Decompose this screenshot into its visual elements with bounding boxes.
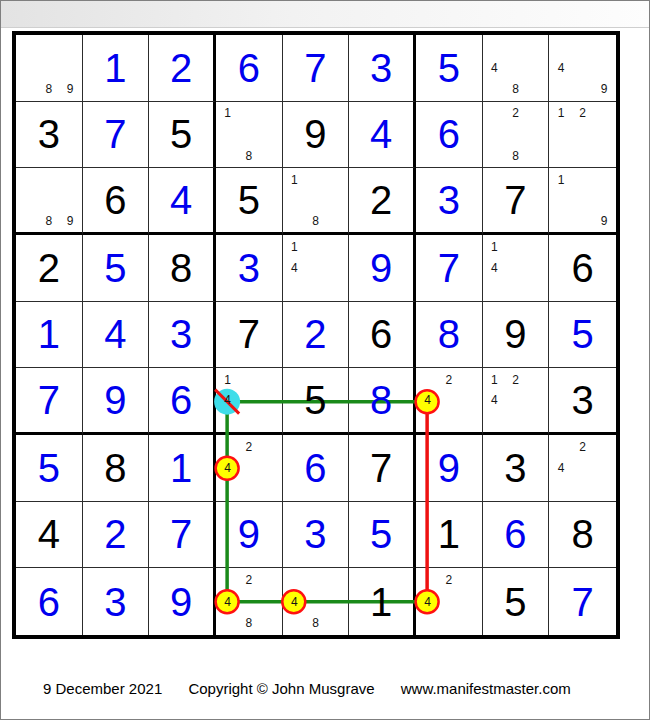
sudoku-cell-r8c3[interactable]: 7: [149, 502, 216, 569]
sudoku-cell-r8c4[interactable]: 9: [216, 502, 283, 569]
sudoku-cell-r1c2[interactable]: 1: [83, 35, 150, 102]
cell-value: 5: [104, 248, 126, 288]
pencil-mark-1: 1: [550, 103, 572, 124]
sudoku-cell-r1c5[interactable]: 7: [283, 35, 350, 102]
sudoku-cell-r7c1[interactable]: 5: [16, 435, 83, 502]
cell-value: 3: [38, 114, 60, 154]
pencil-mark-8: 8: [238, 145, 259, 166]
cell-value: 3: [504, 448, 526, 488]
pencil-mark-4: 4: [217, 390, 238, 411]
cell-value: 5: [504, 582, 526, 622]
pencil-mark-2: 2: [505, 103, 526, 124]
sudoku-cell-r7c8[interactable]: 3: [483, 435, 550, 502]
cell-value: 7: [38, 380, 60, 420]
cell-value: 9: [104, 380, 126, 420]
pencil-mark-1: 1: [550, 169, 572, 190]
pencil-mark-1: 1: [217, 369, 238, 390]
sudoku-cell-r7c4[interactable]: 24: [216, 435, 283, 502]
footer: 9 December 2021 Copyright © John Musgrav…: [43, 680, 571, 697]
pencil-marks: 12: [550, 103, 615, 167]
cell-value: 3: [370, 48, 392, 88]
sudoku-cell-r2c4[interactable]: 18: [216, 102, 283, 169]
sudoku-cell-r5c1[interactable]: 1: [16, 302, 83, 369]
footer-date: 9 December 2021: [43, 680, 162, 697]
sudoku-cell-r5c9[interactable]: 5: [549, 302, 616, 369]
pencil-marks: 89: [17, 169, 81, 231]
sudoku-cell-r3c5[interactable]: 18: [283, 168, 350, 235]
footer-copyright: Copyright © John Musgrave: [188, 680, 374, 697]
pencil-mark-1: 1: [484, 369, 505, 390]
window-titlebar: [1, 1, 649, 28]
pencil-mark-8: 8: [238, 612, 259, 634]
pencil-marks: 14: [484, 236, 548, 300]
sudoku-cell-r6c9[interactable]: 3: [549, 368, 616, 435]
sudoku-cell-r8c5[interactable]: 3: [283, 502, 350, 569]
pencil-mark-1: 1: [284, 236, 305, 257]
pencil-mark-4: 4: [217, 591, 238, 613]
sudoku-cell-r2c8[interactable]: 28: [483, 102, 550, 169]
pencil-marks: 48: [284, 569, 348, 634]
cell-value: 5: [572, 314, 594, 354]
cell-value: 9: [238, 514, 260, 554]
cell-value: 2: [38, 248, 60, 288]
pencil-mark-2: 2: [572, 103, 594, 124]
pencil-mark-9: 9: [59, 78, 80, 99]
cell-value: 5: [304, 380, 326, 420]
cell-value: 8: [104, 448, 126, 488]
cell-value: 3: [170, 314, 192, 354]
sudoku-cell-r9c1[interactable]: 6: [16, 568, 83, 635]
cell-value: 8: [170, 248, 192, 288]
sudoku-cell-r4c8[interactable]: 14: [483, 235, 550, 302]
sudoku-cell-r5c6[interactable]: 6: [349, 302, 416, 369]
pencil-mark-4: 4: [484, 57, 505, 78]
cell-value: 6: [238, 48, 260, 88]
cell-value: 9: [304, 114, 326, 154]
sudoku-cell-r4c9[interactable]: 6: [549, 235, 616, 302]
cell-value: 9: [438, 448, 460, 488]
footer-website: www.manifestmaster.com: [401, 680, 571, 697]
cell-value: 9: [504, 314, 526, 354]
sudoku-cell-r8c7[interactable]: 1: [416, 502, 483, 569]
sudoku-cell-r9c7[interactable]: 24: [416, 568, 483, 635]
sudoku-cell-r4c3[interactable]: 8: [149, 235, 216, 302]
cell-value: 2: [304, 314, 326, 354]
sudoku-cell-r6c7[interactable]: 24: [416, 368, 483, 435]
cell-value: 3: [238, 248, 260, 288]
cell-value: 2: [170, 48, 192, 88]
sudoku-cell-r5c3[interactable]: 3: [149, 302, 216, 369]
sudoku-cell-r7c5[interactable]: 6: [283, 435, 350, 502]
cell-value: 6: [504, 514, 526, 554]
sudoku-cell-r4c2[interactable]: 5: [83, 235, 150, 302]
sudoku-cell-r3c6[interactable]: 2: [349, 168, 416, 235]
pencil-mark-4: 4: [550, 457, 572, 478]
sudoku-cell-r6c1[interactable]: 7: [16, 368, 83, 435]
pencil-mark-2: 2: [438, 369, 459, 390]
sudoku-cell-r3c8[interactable]: 7: [483, 168, 550, 235]
pencil-mark-2: 2: [238, 569, 259, 591]
sudoku-cell-r1c3[interactable]: 2: [149, 35, 216, 102]
sudoku-cell-r6c3[interactable]: 6: [149, 368, 216, 435]
pencil-marks: 19: [550, 169, 615, 231]
sudoku-cell-r4c4[interactable]: 3: [216, 235, 283, 302]
cell-value: 6: [304, 448, 326, 488]
pencil-marks: 24: [417, 569, 481, 634]
pencil-mark-1: 1: [284, 169, 305, 190]
pencil-mark-4: 4: [417, 591, 438, 613]
cell-value: 2: [104, 514, 126, 554]
sudoku-cell-r7c7[interactable]: 9: [416, 435, 483, 502]
cell-value: 9: [370, 248, 392, 288]
sudoku-cell-r7c9[interactable]: 24: [549, 435, 616, 502]
pencil-mark-8: 8: [38, 210, 59, 231]
sudoku-cell-r3c1[interactable]: 89: [16, 168, 83, 235]
sudoku-cell-r9c5[interactable]: 48: [283, 568, 350, 635]
pencil-mark-8: 8: [305, 210, 326, 231]
sudoku-cell-r9c2[interactable]: 3: [83, 568, 150, 635]
cell-value: 1: [170, 448, 192, 488]
pencil-mark-8: 8: [38, 78, 59, 99]
pencil-mark-4: 4: [284, 257, 305, 278]
cell-value: 3: [438, 180, 460, 220]
cell-value: 1: [438, 514, 460, 554]
sudoku-cell-r4c1[interactable]: 2: [16, 235, 83, 302]
sudoku-cell-r8c1[interactable]: 4: [16, 502, 83, 569]
sudoku-cell-r1c1[interactable]: 89: [16, 35, 83, 102]
cell-value: 6: [38, 582, 60, 622]
sudoku-cell-r2c3[interactable]: 5: [149, 102, 216, 169]
sudoku-cell-r3c3[interactable]: 4: [149, 168, 216, 235]
sudoku-cell-r2c5[interactable]: 9: [283, 102, 350, 169]
pencil-marks: 24: [550, 436, 615, 500]
pencil-marks: 89: [17, 36, 81, 100]
sudoku-cell-r1c6[interactable]: 3: [349, 35, 416, 102]
pencil-marks: 24: [417, 369, 481, 431]
cell-value: 6: [438, 114, 460, 154]
pencil-mark-8: 8: [305, 612, 326, 634]
sudoku-cell-r6c8[interactable]: 124: [483, 368, 550, 435]
sudoku-cell-r1c8[interactable]: 48: [483, 35, 550, 102]
cell-value: 8: [438, 314, 460, 354]
sudoku-cell-r8c8[interactable]: 6: [483, 502, 550, 569]
sudoku-cell-r1c7[interactable]: 5: [416, 35, 483, 102]
sudoku-cell-r1c9[interactable]: 49: [549, 35, 616, 102]
cell-value: 1: [38, 314, 60, 354]
cell-value: 5: [438, 48, 460, 88]
sudoku-cell-r8c2[interactable]: 2: [83, 502, 150, 569]
cell-value: 7: [438, 248, 460, 288]
pencil-marks: 49: [550, 36, 615, 100]
sudoku-cell-r2c6[interactable]: 4: [349, 102, 416, 169]
pencil-mark-4: 4: [284, 591, 305, 613]
pencil-mark-2: 2: [438, 569, 459, 591]
pencil-marks: 124: [484, 369, 548, 431]
sudoku-cell-r6c5[interactable]: 5: [283, 368, 350, 435]
sudoku-cell-r3c4[interactable]: 5: [216, 168, 283, 235]
pencil-mark-4: 4: [484, 390, 505, 411]
sudoku-cell-r3c2[interactable]: 6: [83, 168, 150, 235]
sudoku-cell-r7c3[interactable]: 1: [149, 435, 216, 502]
cell-value: 4: [370, 114, 392, 154]
pencil-marks: 28: [484, 103, 548, 167]
cell-value: 5: [170, 114, 192, 154]
sudoku-cell-r2c7[interactable]: 6: [416, 102, 483, 169]
cell-value: 5: [370, 514, 392, 554]
pencil-mark-1: 1: [484, 236, 505, 257]
sudoku-cell-r6c6[interactable]: 8: [349, 368, 416, 435]
sudoku-cell-r4c7[interactable]: 7: [416, 235, 483, 302]
cell-value: 2: [370, 180, 392, 220]
pencil-mark-9: 9: [59, 210, 80, 231]
cell-value: 4: [38, 514, 60, 554]
sudoku-cell-r6c4[interactable]: 14: [216, 368, 283, 435]
cell-value: 7: [370, 448, 392, 488]
pencil-mark-8: 8: [505, 78, 526, 99]
pencil-mark-2: 2: [238, 436, 259, 457]
sudoku-cell-r4c5[interactable]: 14: [283, 235, 350, 302]
cell-value: 1: [104, 48, 126, 88]
sudoku-cell-r9c6[interactable]: 1: [349, 568, 416, 635]
pencil-mark-2: 2: [572, 436, 594, 457]
cell-value: 7: [104, 114, 126, 154]
cell-value: 1: [370, 582, 392, 622]
sudoku-cell-r5c4[interactable]: 7: [216, 302, 283, 369]
cell-value: 7: [170, 514, 192, 554]
cell-value: 6: [572, 248, 594, 288]
cell-value: 4: [104, 314, 126, 354]
sudoku-cell-r3c9[interactable]: 19: [549, 168, 616, 235]
sudoku-cell-r5c5[interactable]: 2: [283, 302, 350, 369]
cell-value: 7: [504, 180, 526, 220]
sudoku-cell-r7c2[interactable]: 8: [83, 435, 150, 502]
sudoku-cell-r3c7[interactable]: 3: [416, 168, 483, 235]
sudoku-cell-r9c9[interactable]: 7: [549, 568, 616, 635]
pencil-mark-2: 2: [505, 369, 526, 390]
pencil-mark-4: 4: [417, 390, 438, 411]
cell-value: 5: [38, 448, 60, 488]
cell-value: 8: [572, 514, 594, 554]
sudoku-cell-r8c9[interactable]: 8: [549, 502, 616, 569]
cell-value: 3: [304, 514, 326, 554]
sudoku-cell-r9c3[interactable]: 9: [149, 568, 216, 635]
pencil-mark-4: 4: [550, 57, 572, 78]
pencil-mark-4: 4: [484, 257, 505, 278]
cell-value: 3: [572, 380, 594, 420]
cell-value: 9: [170, 582, 192, 622]
sudoku-cell-r6c2[interactable]: 9: [83, 368, 150, 435]
sudoku-cell-r9c4[interactable]: 248: [216, 568, 283, 635]
pencil-mark-9: 9: [593, 78, 615, 99]
cell-value: 7: [238, 314, 260, 354]
pencil-mark-9: 9: [593, 210, 615, 231]
pencil-mark-4: 4: [217, 457, 238, 478]
sudoku-cell-r7c6[interactable]: 7: [349, 435, 416, 502]
cell-value: 7: [572, 582, 594, 622]
sudoku-board-grid: 8912673548493751894628128964518237192583…: [12, 31, 620, 639]
cell-value: 7: [304, 48, 326, 88]
sudoku-cell-r8c6[interactable]: 5: [349, 502, 416, 569]
pencil-marks: 18: [217, 103, 281, 167]
cell-value: 5: [238, 180, 260, 220]
sudoku-cell-r5c2[interactable]: 4: [83, 302, 150, 369]
sudoku-cell-r1c4[interactable]: 6: [216, 35, 283, 102]
sudoku-cell-r2c1[interactable]: 3: [16, 102, 83, 169]
pencil-marks: 48: [484, 36, 548, 100]
pencil-marks: 24: [217, 436, 281, 500]
sudoku-cell-r9c8[interactable]: 5: [483, 568, 550, 635]
cell-value: 6: [370, 314, 392, 354]
cell-value: 6: [104, 180, 126, 220]
sudoku-app-window: 8912673548493751894628128964518237192583…: [0, 0, 650, 720]
pencil-marks: 14: [284, 236, 348, 300]
cell-value: 6: [170, 380, 192, 420]
cell-value: 8: [370, 380, 392, 420]
sudoku-cell-r2c2[interactable]: 7: [83, 102, 150, 169]
cell-value: 4: [170, 180, 192, 220]
pencil-marks: 14: [217, 369, 281, 431]
sudoku-cell-r5c7[interactable]: 8: [416, 302, 483, 369]
pencil-marks: 248: [217, 569, 281, 634]
pencil-marks: 18: [284, 169, 348, 231]
sudoku-cell-r4c6[interactable]: 9: [349, 235, 416, 302]
sudoku-cell-r2c9[interactable]: 12: [549, 102, 616, 169]
pencil-mark-1: 1: [217, 103, 238, 124]
sudoku-cell-r5c8[interactable]: 9: [483, 302, 550, 369]
cell-value: 3: [104, 582, 126, 622]
pencil-mark-8: 8: [505, 145, 526, 166]
